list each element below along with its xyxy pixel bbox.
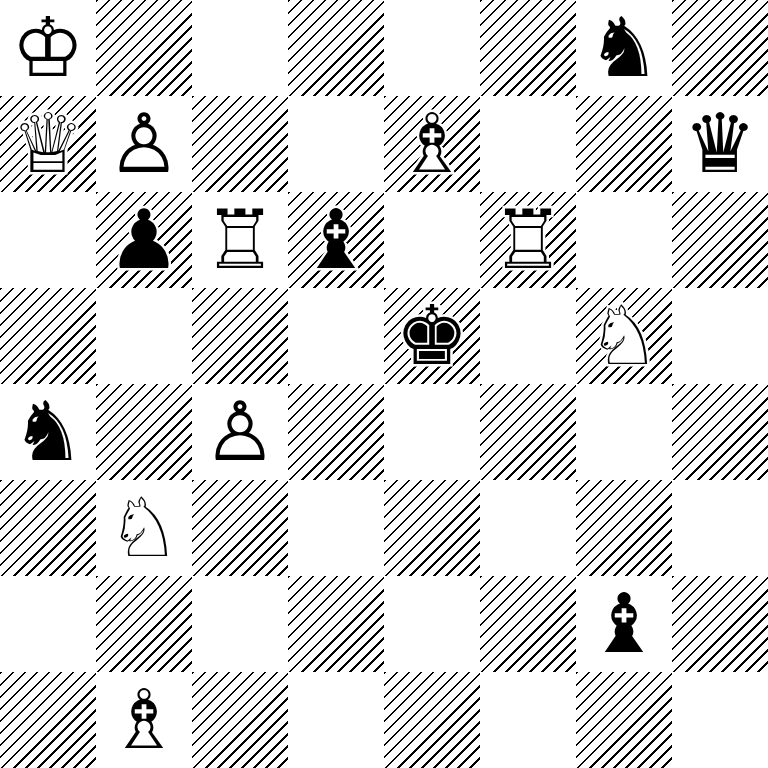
square-d6[interactable]: ♝♝	[288, 192, 384, 288]
square-e4[interactable]	[384, 384, 480, 480]
square-g5[interactable]: ♞♘	[576, 288, 672, 384]
square-f7[interactable]	[480, 96, 576, 192]
black-pawn-icon: ♟	[96, 192, 192, 288]
square-a4[interactable]: ♞♞	[0, 384, 96, 480]
square-a5[interactable]	[0, 288, 96, 384]
black-knight-icon: ♞	[576, 0, 672, 96]
square-b1[interactable]: ♝♗	[96, 672, 192, 768]
black-king-icon: ♚	[384, 288, 480, 384]
square-b5[interactable]	[96, 288, 192, 384]
square-b2[interactable]	[96, 576, 192, 672]
square-f3[interactable]	[480, 480, 576, 576]
square-a2[interactable]	[0, 576, 96, 672]
square-d3[interactable]	[288, 480, 384, 576]
square-e3[interactable]	[384, 480, 480, 576]
square-d5[interactable]	[288, 288, 384, 384]
square-e6[interactable]	[384, 192, 480, 288]
white-pawn-icon: ♙	[192, 384, 288, 480]
square-a1[interactable]	[0, 672, 96, 768]
square-h5[interactable]	[672, 288, 768, 384]
white-queen-icon: ♕	[0, 96, 96, 192]
square-e2[interactable]	[384, 576, 480, 672]
square-f4[interactable]	[480, 384, 576, 480]
square-b7[interactable]: ♟♙	[96, 96, 192, 192]
square-g8[interactable]: ♞♞	[576, 0, 672, 96]
black-knight-icon: ♞	[0, 384, 96, 480]
white-king-icon: ♔	[0, 0, 96, 96]
square-a7[interactable]: ♛♕	[0, 96, 96, 192]
square-f1[interactable]	[480, 672, 576, 768]
square-c4[interactable]: ♟♙	[192, 384, 288, 480]
square-g3[interactable]	[576, 480, 672, 576]
square-h3[interactable]	[672, 480, 768, 576]
square-e8[interactable]	[384, 0, 480, 96]
white-bishop-icon: ♗	[96, 672, 192, 768]
square-e5[interactable]: ♚♚	[384, 288, 480, 384]
white-rook-icon: ♖	[192, 192, 288, 288]
white-pawn-icon: ♙	[96, 96, 192, 192]
square-c2[interactable]	[192, 576, 288, 672]
square-b4[interactable]	[96, 384, 192, 480]
square-d2[interactable]	[288, 576, 384, 672]
black-queen-icon: ♛	[672, 96, 768, 192]
square-b6[interactable]: ♟♟	[96, 192, 192, 288]
square-h7[interactable]: ♛♛	[672, 96, 768, 192]
square-g1[interactable]	[576, 672, 672, 768]
white-knight-icon: ♘	[96, 480, 192, 576]
square-d4[interactable]	[288, 384, 384, 480]
square-e1[interactable]	[384, 672, 480, 768]
square-g2[interactable]: ♝♝	[576, 576, 672, 672]
square-c5[interactable]	[192, 288, 288, 384]
white-bishop-icon: ♗	[384, 96, 480, 192]
square-a8[interactable]: ♚♔	[0, 0, 96, 96]
square-h8[interactable]	[672, 0, 768, 96]
square-a3[interactable]	[0, 480, 96, 576]
square-h1[interactable]	[672, 672, 768, 768]
square-h4[interactable]	[672, 384, 768, 480]
square-g6[interactable]	[576, 192, 672, 288]
square-e7[interactable]: ♝♗	[384, 96, 480, 192]
square-b3[interactable]: ♞♘	[96, 480, 192, 576]
square-f5[interactable]	[480, 288, 576, 384]
square-h6[interactable]	[672, 192, 768, 288]
square-c8[interactable]	[192, 0, 288, 96]
white-rook-icon: ♖	[480, 192, 576, 288]
black-bishop-icon: ♝	[288, 192, 384, 288]
square-d1[interactable]	[288, 672, 384, 768]
square-f6[interactable]: ♜♖	[480, 192, 576, 288]
square-c3[interactable]	[192, 480, 288, 576]
square-b8[interactable]	[96, 0, 192, 96]
square-c1[interactable]	[192, 672, 288, 768]
square-f8[interactable]	[480, 0, 576, 96]
square-g7[interactable]	[576, 96, 672, 192]
square-h2[interactable]	[672, 576, 768, 672]
square-f2[interactable]	[480, 576, 576, 672]
square-c6[interactable]: ♜♖	[192, 192, 288, 288]
black-bishop-icon: ♝	[576, 576, 672, 672]
square-a6[interactable]	[0, 192, 96, 288]
square-d8[interactable]	[288, 0, 384, 96]
square-g4[interactable]	[576, 384, 672, 480]
square-c7[interactable]	[192, 96, 288, 192]
white-knight-icon: ♘	[576, 288, 672, 384]
chess-board: ♚♔♞♞♛♕♟♙♝♗♛♛♟♟♜♖♝♝♜♖♚♚♞♘♞♞♟♙♞♘♝♝♝♗	[0, 0, 768, 768]
square-d7[interactable]	[288, 96, 384, 192]
